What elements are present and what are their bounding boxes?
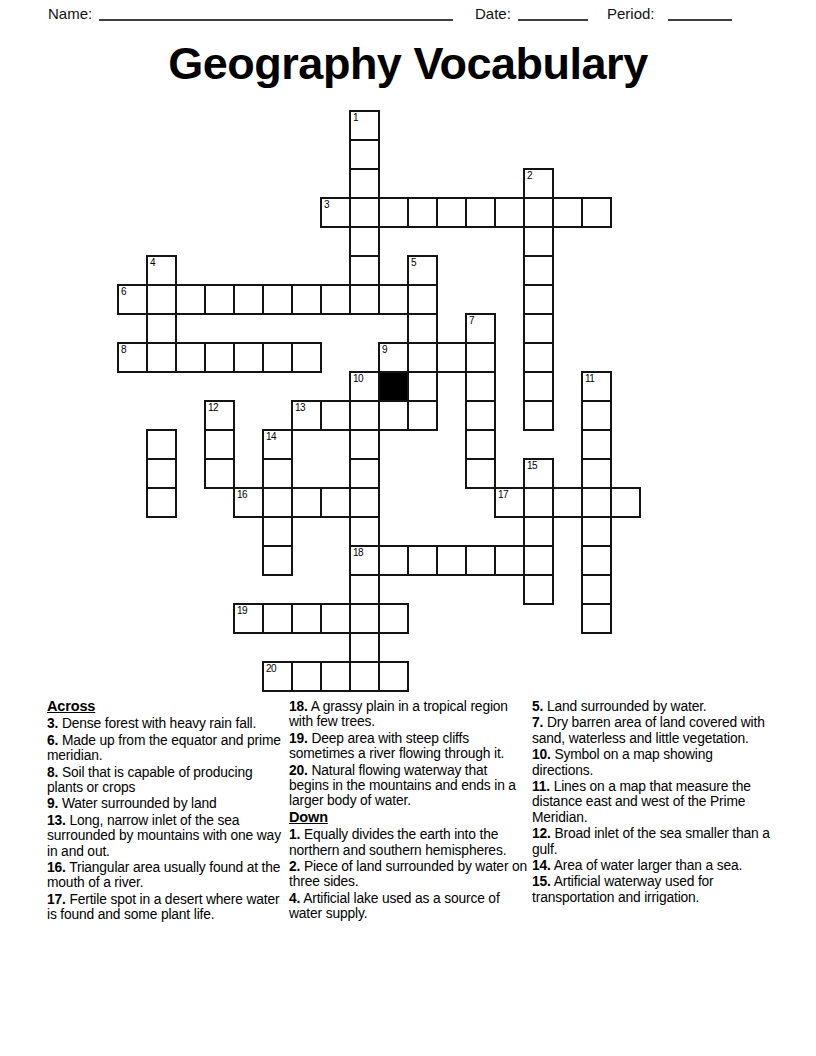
clue-item: 4. Artificial lake used as a source of w…: [289, 891, 529, 922]
grid-cell[interactable]: [262, 603, 293, 634]
grid-cell[interactable]: 4: [146, 255, 177, 286]
date-blank-line[interactable]: [518, 5, 588, 21]
clue-item: 17. Fertile spot in a desert where water…: [47, 892, 284, 923]
grid-cell[interactable]: [349, 487, 380, 518]
date-label: Date:: [475, 5, 511, 22]
grid-cell[interactable]: [349, 429, 380, 460]
grid-cell[interactable]: [378, 197, 409, 228]
grid-cell[interactable]: 10: [349, 371, 380, 402]
clues-across-heading: Across: [47, 699, 284, 714]
grid-cell[interactable]: [465, 545, 496, 576]
grid-cell[interactable]: [262, 284, 293, 315]
cell-number: 1: [353, 112, 358, 123]
cell-number: 11: [585, 373, 594, 384]
clue-number: 9.: [47, 796, 58, 811]
clue-item: 2. Piece of land surrounded by water on …: [289, 859, 529, 890]
clue-column-right: 5. Land surrounded by water.7. Dry barre…: [532, 699, 775, 906]
grid-cell[interactable]: [146, 313, 177, 344]
cell-number: 3: [324, 199, 329, 210]
clue-text: Broad inlet of the sea smaller than a gu…: [532, 826, 770, 856]
grid-cell[interactable]: [465, 342, 496, 373]
cell-number: 13: [295, 402, 305, 413]
grid-cell[interactable]: 13: [291, 400, 322, 431]
grid-cell[interactable]: [523, 574, 554, 605]
grid-cell[interactable]: [523, 255, 554, 286]
grid-cell[interactable]: [581, 429, 612, 460]
clue-item: 10. Symbol on a map showing directions.: [532, 747, 775, 778]
clue-text: Piece of land surrounded by water on thr…: [289, 859, 527, 889]
clue-item: 15. Artificial waterway used for transpo…: [532, 874, 775, 905]
clue-item: 5. Land surrounded by water.: [532, 699, 775, 714]
grid-cell[interactable]: [581, 487, 612, 518]
period-blank-line[interactable]: [668, 5, 732, 21]
grid-cell[interactable]: [349, 284, 380, 315]
clue-number: 2.: [289, 859, 300, 874]
period-label: Period:: [607, 5, 655, 22]
grid-cell[interactable]: [291, 284, 322, 315]
grid-cell[interactable]: [581, 545, 612, 576]
grid-cell[interactable]: [378, 284, 409, 315]
clue-text: Area of water larger than a sea.: [551, 858, 742, 873]
grid-cell[interactable]: 9: [378, 342, 409, 373]
clue-item: 18. A grassy plain in a tropical region …: [289, 699, 529, 730]
grid-cell[interactable]: [523, 197, 554, 228]
grid-cell[interactable]: [146, 458, 177, 489]
grid-cell[interactable]: 19: [233, 603, 264, 634]
grid-cell[interactable]: 14: [262, 429, 293, 460]
clue-number: 13.: [47, 813, 66, 828]
cell-number: 20: [266, 663, 276, 674]
clue-number: 3.: [47, 716, 58, 731]
clue-item: 7. Dry barren area of land covered with …: [532, 715, 775, 746]
clue-text: Dry barren area of land covered with san…: [532, 715, 765, 745]
grid-cell[interactable]: 16: [233, 487, 264, 518]
page-title: Geography Vocabulary: [0, 38, 816, 90]
grid-cell[interactable]: [349, 139, 380, 170]
grid-cell[interactable]: [320, 661, 351, 692]
grid-cell[interactable]: [262, 342, 293, 373]
grid-cell[interactable]: [146, 487, 177, 518]
clue-column-left: Across3. Dense forest with heavy rain fa…: [47, 699, 284, 924]
grid-cell[interactable]: [233, 284, 264, 315]
grid-cell[interactable]: [523, 545, 554, 576]
grid-cell[interactable]: [262, 516, 293, 547]
grid-cell[interactable]: [436, 342, 467, 373]
grid-cell[interactable]: 1: [349, 110, 380, 141]
clue-item: 19. Deep area with steep cliffs sometime…: [289, 731, 529, 762]
grid-cell[interactable]: 3: [320, 197, 351, 228]
cell-number: 16: [237, 489, 247, 500]
grid-cell[interactable]: [581, 197, 612, 228]
clue-column-middle: 18. A grassy plain in a tropical region …: [289, 699, 529, 923]
clue-number: 19.: [289, 731, 308, 746]
grid-cell[interactable]: [204, 458, 235, 489]
grid-cell[interactable]: [175, 342, 206, 373]
grid-cell[interactable]: [436, 197, 467, 228]
clue-item: 16. Triangular area usually found at the…: [47, 860, 284, 891]
clues-down-heading: Down: [289, 810, 529, 825]
crossword-grid: 1234567891011121314151617181920: [117, 110, 641, 692]
clue-number: 14.: [532, 858, 551, 873]
grid-cell[interactable]: [204, 429, 235, 460]
cell-number: 8: [121, 344, 126, 355]
grid-cell[interactable]: [465, 197, 496, 228]
grid-cell[interactable]: [262, 458, 293, 489]
clue-number: 11.: [532, 779, 550, 794]
grid-cell[interactable]: 8: [117, 342, 148, 373]
clue-item: 11. Lines on a map that measure the dist…: [532, 779, 775, 825]
clue-text: Lines on a map that measure the distance…: [532, 779, 751, 825]
grid-cell[interactable]: [175, 284, 206, 315]
grid-cell[interactable]: [320, 603, 351, 634]
grid-cell[interactable]: [465, 429, 496, 460]
grid-cell[interactable]: [262, 487, 293, 518]
clue-item: 20. Natural flowing waterway that begins…: [289, 763, 529, 809]
grid-cell[interactable]: [581, 458, 612, 489]
clue-number: 16.: [47, 860, 66, 875]
clue-text: Land surrounded by water.: [543, 699, 706, 714]
grid-cell[interactable]: [407, 313, 438, 344]
clue-text: Artificial waterway used for transportat…: [532, 874, 714, 904]
worksheet-page: { "game": "crossword", "title": "Geograp…: [0, 0, 816, 1056]
cell-number: 15: [527, 460, 537, 471]
cell-number: 19: [237, 605, 247, 616]
clue-number: 7.: [532, 715, 543, 730]
clue-item: 6. Made up from the equator and prime me…: [47, 733, 284, 764]
grid-cell[interactable]: [494, 197, 525, 228]
grid-cell[interactable]: [349, 458, 380, 489]
grid-cell[interactable]: 17: [494, 487, 525, 518]
clue-text: Fertile spot in a desert where water is …: [47, 892, 280, 922]
name-label: Name:: [48, 5, 92, 22]
grid-cell[interactable]: [465, 458, 496, 489]
grid-cell[interactable]: 15: [523, 458, 554, 489]
clue-number: 17.: [47, 892, 66, 907]
grid-cell[interactable]: [378, 603, 409, 634]
cell-number: 5: [411, 257, 416, 268]
clue-number: 12.: [532, 826, 551, 841]
grid-cell[interactable]: [552, 487, 583, 518]
grid-cell[interactable]: 18: [349, 545, 380, 576]
grid-cell[interactable]: [320, 284, 351, 315]
grid-cell[interactable]: [320, 487, 351, 518]
grid-cell[interactable]: 2: [523, 168, 554, 199]
grid-cell[interactable]: [204, 342, 235, 373]
grid-cell[interactable]: 5: [407, 255, 438, 286]
grid-cell[interactable]: [581, 516, 612, 547]
clue-number: 5.: [532, 699, 543, 714]
grid-cell[interactable]: [407, 284, 438, 315]
cell-number: 9: [382, 344, 387, 355]
grid-cell[interactable]: [581, 574, 612, 605]
grid-cell[interactable]: 7: [465, 313, 496, 344]
black-cell: [378, 371, 409, 402]
grid-cell[interactable]: [494, 545, 525, 576]
clue-text: Triangular area usually found at the mou…: [47, 860, 280, 890]
grid-cell[interactable]: [523, 516, 554, 547]
clue-number: 18.: [289, 699, 308, 714]
grid-cell[interactable]: [436, 545, 467, 576]
clue-number: 20.: [289, 763, 308, 778]
grid-cell[interactable]: [349, 661, 380, 692]
grid-cell[interactable]: [146, 284, 177, 315]
grid-cell[interactable]: [262, 545, 293, 576]
grid-cell[interactable]: [378, 545, 409, 576]
cell-number: 14: [266, 431, 276, 442]
clue-number: 4.: [289, 891, 300, 906]
grid-cell[interactable]: 6: [117, 284, 148, 315]
grid-cell[interactable]: [349, 255, 380, 286]
clue-text: Symbol on a map showing directions.: [532, 747, 713, 777]
grid-cell[interactable]: [291, 661, 322, 692]
grid-cell[interactable]: [349, 226, 380, 257]
grid-cell[interactable]: 20: [262, 661, 293, 692]
clue-text: Natural flowing waterway that begins in …: [289, 763, 516, 809]
grid-cell[interactable]: [146, 342, 177, 373]
cell-number: 7: [469, 315, 474, 326]
grid-cell[interactable]: [378, 400, 409, 431]
cell-number: 2: [527, 170, 532, 181]
grid-cell[interactable]: [465, 400, 496, 431]
clue-number: 6.: [47, 733, 58, 748]
grid-cell[interactable]: [291, 487, 322, 518]
cell-number: 17: [498, 489, 508, 500]
clue-text: A grassy plain in a tropical region with…: [289, 699, 508, 729]
grid-cell[interactable]: [407, 197, 438, 228]
cell-number: 18: [353, 547, 363, 558]
clue-item: 13. Long, narrow inlet of the sea surrou…: [47, 813, 284, 859]
clue-text: Artificial lake used as a source of wate…: [289, 891, 500, 921]
grid-cell[interactable]: [581, 603, 612, 634]
grid-cell[interactable]: [610, 487, 641, 518]
cell-number: 6: [121, 286, 126, 297]
grid-cell[interactable]: [407, 342, 438, 373]
clue-text: Made up from the equator and prime merid…: [47, 733, 281, 763]
grid-cell[interactable]: [349, 400, 380, 431]
grid-cell[interactable]: 11: [581, 371, 612, 402]
grid-cell[interactable]: [523, 487, 554, 518]
grid-cell[interactable]: [552, 197, 583, 228]
clue-item: 9. Water surrounded by land: [47, 796, 284, 811]
grid-cell[interactable]: [204, 284, 235, 315]
grid-cell[interactable]: [349, 574, 380, 605]
grid-cell[interactable]: [523, 371, 554, 402]
clue-number: 1.: [289, 827, 300, 842]
grid-cell[interactable]: [291, 342, 322, 373]
clue-item: 1. Equally divides the earth into the no…: [289, 827, 529, 858]
grid-cell[interactable]: [233, 342, 264, 373]
clue-number: 10.: [532, 747, 551, 762]
grid-cell[interactable]: [349, 632, 380, 663]
name-blank-line[interactable]: [99, 5, 453, 21]
grid-cell[interactable]: [378, 661, 409, 692]
grid-cell[interactable]: 12: [204, 400, 235, 431]
clue-item: 8. Soil that is capable of producing pla…: [47, 765, 284, 796]
clue-item: 3. Dense forest with heavy rain fall.: [47, 716, 284, 731]
clue-text: Deep area with steep cliffs sometimes a …: [289, 731, 504, 761]
grid-cell[interactable]: [465, 371, 496, 402]
grid-cell[interactable]: [523, 284, 554, 315]
clue-text: Soil that is capable of producing plants…: [47, 765, 253, 795]
cell-number: 4: [150, 257, 155, 268]
grid-cell[interactable]: [349, 603, 380, 634]
grid-cell[interactable]: [581, 400, 612, 431]
grid-cell[interactable]: [349, 516, 380, 547]
grid-cell[interactable]: [349, 197, 380, 228]
grid-cell[interactable]: [146, 429, 177, 460]
grid-cell[interactable]: [407, 371, 438, 402]
cell-number: 10: [353, 373, 363, 384]
grid-cell[interactable]: [523, 342, 554, 373]
clue-text: Long, narrow inlet of the sea surrounded…: [47, 813, 281, 859]
clue-item: 14. Area of water larger than a sea.: [532, 858, 775, 873]
grid-cell[interactable]: [349, 168, 380, 199]
clue-text: Dense forest with heavy rain fall.: [58, 716, 256, 731]
grid-cell[interactable]: [523, 313, 554, 344]
clue-text: Water surrounded by land: [58, 796, 216, 811]
grid-cell[interactable]: [291, 603, 322, 634]
clue-item: 12. Broad inlet of the sea smaller than …: [532, 826, 775, 857]
clue-text: Equally divides the earth into the north…: [289, 827, 506, 857]
clue-number: 15.: [532, 874, 551, 889]
cell-number: 12: [208, 402, 218, 413]
clue-number: 8.: [47, 765, 58, 780]
grid-cell[interactable]: [523, 400, 554, 431]
grid-cell[interactable]: [407, 400, 438, 431]
grid-cell[interactable]: [407, 545, 438, 576]
grid-cell[interactable]: [320, 400, 351, 431]
grid-cell[interactable]: [523, 226, 554, 257]
